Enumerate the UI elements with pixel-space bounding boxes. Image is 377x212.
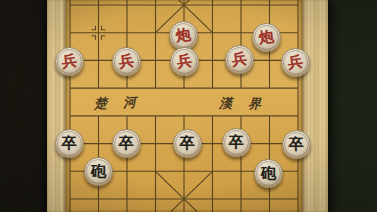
black-piece-glyph: 卒 bbox=[174, 130, 201, 157]
photo-stage: 楚河 漢界 炮炮兵兵兵兵兵卒卒卒卒卒砲砲 bbox=[0, 0, 377, 212]
piece-black-soldier-c7[interactable]: 卒 bbox=[112, 129, 141, 158]
piece-black-soldier-g7[interactable]: 卒 bbox=[222, 128, 251, 157]
black-piece-glyph: 砲 bbox=[85, 158, 112, 185]
red-piece-glyph: 兵 bbox=[280, 47, 310, 77]
piece-red-soldier-c4[interactable]: 兵 bbox=[112, 47, 141, 76]
pieces-layer: 炮炮兵兵兵兵兵卒卒卒卒卒砲砲 bbox=[66, 0, 302, 212]
black-piece-glyph: 卒 bbox=[113, 130, 140, 157]
piece-red-cannon-h3[interactable]: 炮 bbox=[252, 23, 281, 52]
black-piece-glyph: 卒 bbox=[56, 130, 83, 157]
piece-black-soldier-i7[interactable]: 卒 bbox=[282, 130, 311, 159]
red-piece-glyph: 兵 bbox=[224, 44, 254, 74]
red-piece-glyph: 兵 bbox=[54, 46, 84, 76]
piece-black-cannon-b8[interactable]: 砲 bbox=[84, 157, 113, 186]
red-piece-glyph: 兵 bbox=[111, 46, 141, 76]
piece-red-soldier-g4[interactable]: 兵 bbox=[225, 45, 254, 74]
board-frame-left bbox=[47, 0, 66, 212]
piece-red-soldier-a4[interactable]: 兵 bbox=[55, 47, 84, 76]
piece-black-soldier-e7[interactable]: 卒 bbox=[173, 129, 202, 158]
piece-black-cannon-h8[interactable]: 砲 bbox=[254, 159, 283, 188]
red-piece-glyph: 兵 bbox=[169, 46, 199, 76]
red-piece-glyph: 炮 bbox=[251, 23, 281, 53]
xiangqi-board: 楚河 漢界 炮炮兵兵兵兵兵卒卒卒卒卒砲砲 bbox=[66, 0, 302, 212]
black-piece-glyph: 卒 bbox=[283, 131, 310, 158]
piece-red-soldier-i4[interactable]: 兵 bbox=[281, 48, 310, 77]
black-piece-glyph: 卒 bbox=[223, 129, 250, 156]
piece-red-soldier-e4[interactable]: 兵 bbox=[170, 47, 199, 76]
piece-black-soldier-a7[interactable]: 卒 bbox=[55, 129, 84, 158]
board-frame-right bbox=[302, 0, 328, 212]
black-piece-glyph: 砲 bbox=[255, 160, 282, 187]
